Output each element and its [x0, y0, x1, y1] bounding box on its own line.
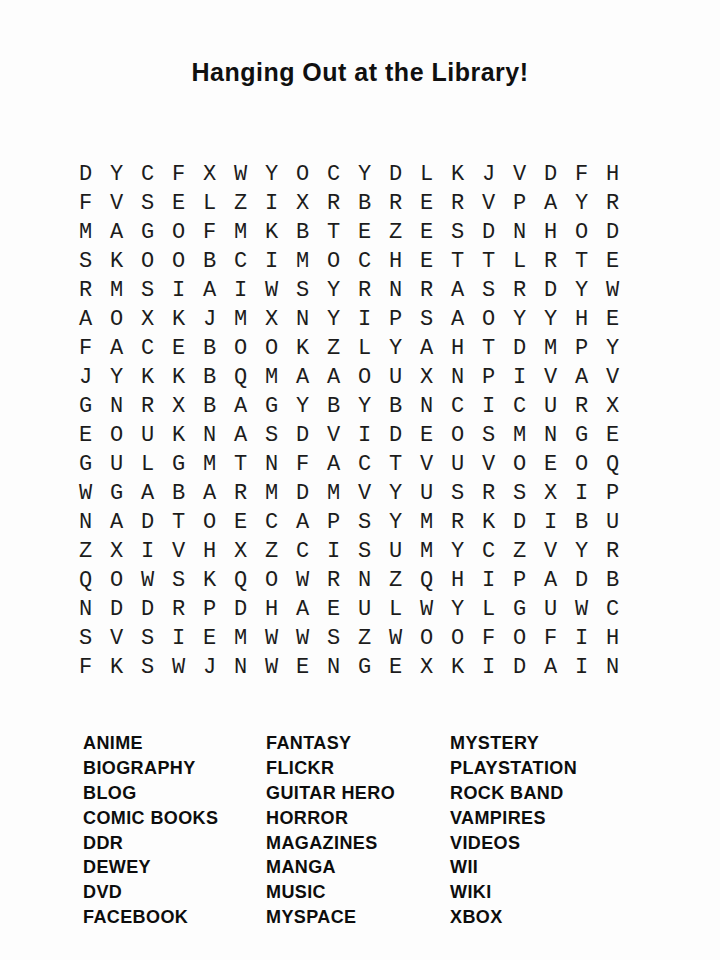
grid-cell-r6c11[interactable]: P: [380, 305, 411, 334]
grid-cell-r6c3[interactable]: X: [132, 305, 163, 334]
grid-cell-r5c5[interactable]: A: [194, 276, 225, 305]
grid-cell-r1c16[interactable]: D: [535, 160, 566, 189]
grid-cell-r17c12[interactable]: O: [411, 624, 442, 653]
grid-cell-r10c5[interactable]: N: [194, 421, 225, 450]
grid-cell-r13c5[interactable]: O: [194, 508, 225, 537]
grid-cell-r1c14[interactable]: J: [473, 160, 504, 189]
grid-cell-r16c18[interactable]: C: [597, 595, 628, 624]
grid-cell-r7c4[interactable]: E: [163, 334, 194, 363]
grid-cell-r15c10[interactable]: N: [349, 566, 380, 595]
grid-cell-r6c9[interactable]: Y: [318, 305, 349, 334]
grid-cell-r18c15[interactable]: D: [504, 653, 535, 682]
grid-cell-r12c7[interactable]: M: [256, 479, 287, 508]
grid-cell-r17c7[interactable]: W: [256, 624, 287, 653]
grid-cell-r3c17[interactable]: O: [566, 218, 597, 247]
grid-cell-r10c2[interactable]: O: [101, 421, 132, 450]
grid-cell-r3c13[interactable]: S: [442, 218, 473, 247]
grid-cell-r3c9[interactable]: T: [318, 218, 349, 247]
grid-cell-r4c15[interactable]: L: [504, 247, 535, 276]
grid-cell-r8c12[interactable]: X: [411, 363, 442, 392]
grid-cell-r1c12[interactable]: L: [411, 160, 442, 189]
grid-cell-r13c17[interactable]: B: [566, 508, 597, 537]
grid-cell-r9c10[interactable]: Y: [349, 392, 380, 421]
grid-cell-r10c3[interactable]: U: [132, 421, 163, 450]
grid-cell-r16c17[interactable]: W: [566, 595, 597, 624]
grid-cell-r17c13[interactable]: O: [442, 624, 473, 653]
grid-cell-r16c3[interactable]: D: [132, 595, 163, 624]
grid-cell-r6c17[interactable]: H: [566, 305, 597, 334]
grid-cell-r18c5[interactable]: J: [194, 653, 225, 682]
grid-cell-r18c16[interactable]: A: [535, 653, 566, 682]
grid-cell-r7c15[interactable]: D: [504, 334, 535, 363]
grid-cell-r13c7[interactable]: C: [256, 508, 287, 537]
grid-cell-r7c1[interactable]: F: [70, 334, 101, 363]
grid-cell-r15c16[interactable]: A: [535, 566, 566, 595]
grid-cell-r3c14[interactable]: D: [473, 218, 504, 247]
grid-cell-r8c8[interactable]: A: [287, 363, 318, 392]
grid-cell-r2c12[interactable]: E: [411, 189, 442, 218]
grid-cell-r17c11[interactable]: W: [380, 624, 411, 653]
grid-cell-r3c8[interactable]: B: [287, 218, 318, 247]
grid-cell-r8c9[interactable]: A: [318, 363, 349, 392]
grid-cell-r13c6[interactable]: E: [225, 508, 256, 537]
grid-cell-r17c16[interactable]: F: [535, 624, 566, 653]
grid-cell-r18c13[interactable]: K: [442, 653, 473, 682]
grid-cell-r5c17[interactable]: Y: [566, 276, 597, 305]
grid-cell-r1c13[interactable]: K: [442, 160, 473, 189]
grid-cell-r11c17[interactable]: O: [566, 450, 597, 479]
grid-cell-r9c15[interactable]: C: [504, 392, 535, 421]
grid-cell-r18c2[interactable]: K: [101, 653, 132, 682]
grid-cell-r7c16[interactable]: M: [535, 334, 566, 363]
grid-cell-r3c15[interactable]: N: [504, 218, 535, 247]
grid-cell-r2c10[interactable]: B: [349, 189, 380, 218]
grid-cell-r12c16[interactable]: X: [535, 479, 566, 508]
grid-cell-r8c17[interactable]: A: [566, 363, 597, 392]
grid-cell-r2c5[interactable]: L: [194, 189, 225, 218]
grid-cell-r2c14[interactable]: V: [473, 189, 504, 218]
grid-cell-r18c9[interactable]: N: [318, 653, 349, 682]
grid-cell-r5c9[interactable]: Y: [318, 276, 349, 305]
grid-cell-r10c7[interactable]: S: [256, 421, 287, 450]
grid-cell-r9c9[interactable]: B: [318, 392, 349, 421]
grid-cell-r10c15[interactable]: M: [504, 421, 535, 450]
grid-cell-r15c9[interactable]: R: [318, 566, 349, 595]
grid-cell-r15c14[interactable]: I: [473, 566, 504, 595]
grid-cell-r8c14[interactable]: P: [473, 363, 504, 392]
grid-cell-r8c4[interactable]: K: [163, 363, 194, 392]
grid-cell-r2c16[interactable]: A: [535, 189, 566, 218]
grid-cell-r12c17[interactable]: I: [566, 479, 597, 508]
grid-cell-r9c4[interactable]: X: [163, 392, 194, 421]
grid-cell-r1c15[interactable]: V: [504, 160, 535, 189]
grid-cell-r14c9[interactable]: I: [318, 537, 349, 566]
grid-cell-r13c13[interactable]: R: [442, 508, 473, 537]
grid-cell-r7c8[interactable]: K: [287, 334, 318, 363]
grid-cell-r14c18[interactable]: R: [597, 537, 628, 566]
grid-cell-r11c12[interactable]: V: [411, 450, 442, 479]
grid-cell-r9c1[interactable]: G: [70, 392, 101, 421]
grid-cell-r2c1[interactable]: F: [70, 189, 101, 218]
grid-cell-r3c1[interactable]: M: [70, 218, 101, 247]
grid-cell-r2c8[interactable]: X: [287, 189, 318, 218]
grid-cell-r9c13[interactable]: C: [442, 392, 473, 421]
grid-cell-r12c4[interactable]: B: [163, 479, 194, 508]
grid-cell-r7c7[interactable]: O: [256, 334, 287, 363]
grid-cell-r16c15[interactable]: G: [504, 595, 535, 624]
grid-cell-r9c5[interactable]: B: [194, 392, 225, 421]
grid-cell-r3c16[interactable]: H: [535, 218, 566, 247]
grid-cell-r13c2[interactable]: A: [101, 508, 132, 537]
grid-cell-r17c17[interactable]: I: [566, 624, 597, 653]
grid-cell-r7c14[interactable]: T: [473, 334, 504, 363]
grid-cell-r18c12[interactable]: X: [411, 653, 442, 682]
grid-cell-r1c7[interactable]: Y: [256, 160, 287, 189]
grid-cell-r14c11[interactable]: U: [380, 537, 411, 566]
grid-cell-r13c12[interactable]: M: [411, 508, 442, 537]
grid-cell-r10c17[interactable]: G: [566, 421, 597, 450]
grid-cell-r7c9[interactable]: Z: [318, 334, 349, 363]
grid-cell-r12c11[interactable]: Y: [380, 479, 411, 508]
grid-cell-r9c12[interactable]: N: [411, 392, 442, 421]
grid-cell-r12c14[interactable]: R: [473, 479, 504, 508]
grid-cell-r4c14[interactable]: T: [473, 247, 504, 276]
grid-cell-r11c8[interactable]: F: [287, 450, 318, 479]
grid-cell-r14c13[interactable]: Y: [442, 537, 473, 566]
grid-cell-r7c18[interactable]: Y: [597, 334, 628, 363]
grid-cell-r6c1[interactable]: A: [70, 305, 101, 334]
grid-cell-r14c14[interactable]: C: [473, 537, 504, 566]
grid-cell-r6c8[interactable]: N: [287, 305, 318, 334]
grid-cell-r16c14[interactable]: L: [473, 595, 504, 624]
grid-cell-r13c9[interactable]: P: [318, 508, 349, 537]
grid-cell-r13c10[interactable]: S: [349, 508, 380, 537]
grid-cell-r12c8[interactable]: D: [287, 479, 318, 508]
grid-cell-r17c3[interactable]: S: [132, 624, 163, 653]
grid-cell-r12c5[interactable]: A: [194, 479, 225, 508]
grid-cell-r5c2[interactable]: M: [101, 276, 132, 305]
grid-cell-r1c10[interactable]: Y: [349, 160, 380, 189]
grid-cell-r5c13[interactable]: A: [442, 276, 473, 305]
grid-cell-r2c4[interactable]: E: [163, 189, 194, 218]
grid-cell-r8c7[interactable]: M: [256, 363, 287, 392]
grid-cell-r12c18[interactable]: P: [597, 479, 628, 508]
grid-cell-r11c14[interactable]: V: [473, 450, 504, 479]
grid-cell-r6c12[interactable]: S: [411, 305, 442, 334]
grid-cell-r8c15[interactable]: I: [504, 363, 535, 392]
grid-cell-r6c10[interactable]: I: [349, 305, 380, 334]
grid-cell-r7c17[interactable]: P: [566, 334, 597, 363]
grid-cell-r6c4[interactable]: K: [163, 305, 194, 334]
grid-cell-r13c14[interactable]: K: [473, 508, 504, 537]
grid-cell-r3c6[interactable]: M: [225, 218, 256, 247]
grid-cell-r16c9[interactable]: E: [318, 595, 349, 624]
grid-cell-r4c4[interactable]: O: [163, 247, 194, 276]
grid-cell-r11c7[interactable]: N: [256, 450, 287, 479]
grid-cell-r6c7[interactable]: X: [256, 305, 287, 334]
grid-cell-r10c8[interactable]: D: [287, 421, 318, 450]
grid-cell-r18c8[interactable]: E: [287, 653, 318, 682]
grid-cell-r9c6[interactable]: A: [225, 392, 256, 421]
grid-cell-r1c18[interactable]: H: [597, 160, 628, 189]
grid-cell-r18c3[interactable]: S: [132, 653, 163, 682]
grid-cell-r13c8[interactable]: A: [287, 508, 318, 537]
grid-cell-r16c13[interactable]: Y: [442, 595, 473, 624]
grid-cell-r4c5[interactable]: B: [194, 247, 225, 276]
grid-cell-r17c4[interactable]: I: [163, 624, 194, 653]
grid-cell-r12c13[interactable]: S: [442, 479, 473, 508]
grid-cell-r5c8[interactable]: S: [287, 276, 318, 305]
grid-cell-r9c17[interactable]: R: [566, 392, 597, 421]
grid-cell-r8c2[interactable]: Y: [101, 363, 132, 392]
grid-cell-r1c5[interactable]: X: [194, 160, 225, 189]
grid-cell-r13c1[interactable]: N: [70, 508, 101, 537]
grid-cell-r11c1[interactable]: G: [70, 450, 101, 479]
grid-cell-r11c10[interactable]: C: [349, 450, 380, 479]
grid-cell-r10c6[interactable]: A: [225, 421, 256, 450]
grid-cell-r11c2[interactable]: U: [101, 450, 132, 479]
grid-cell-r11c16[interactable]: E: [535, 450, 566, 479]
grid-cell-r15c5[interactable]: K: [194, 566, 225, 595]
grid-cell-r15c17[interactable]: D: [566, 566, 597, 595]
grid-cell-r7c5[interactable]: B: [194, 334, 225, 363]
grid-cell-r16c4[interactable]: R: [163, 595, 194, 624]
grid-cell-r11c18[interactable]: Q: [597, 450, 628, 479]
grid-cell-r5c18[interactable]: W: [597, 276, 628, 305]
grid-cell-r3c11[interactable]: Z: [380, 218, 411, 247]
grid-cell-r8c18[interactable]: V: [597, 363, 628, 392]
grid-cell-r18c17[interactable]: I: [566, 653, 597, 682]
grid-cell-r13c18[interactable]: U: [597, 508, 628, 537]
grid-cell-r15c18[interactable]: B: [597, 566, 628, 595]
grid-cell-r10c9[interactable]: V: [318, 421, 349, 450]
grid-cell-r6c13[interactable]: A: [442, 305, 473, 334]
grid-cell-r4c11[interactable]: H: [380, 247, 411, 276]
grid-cell-r16c5[interactable]: P: [194, 595, 225, 624]
grid-cell-r2c18[interactable]: R: [597, 189, 628, 218]
grid-cell-r17c6[interactable]: M: [225, 624, 256, 653]
grid-cell-r7c11[interactable]: Y: [380, 334, 411, 363]
grid-cell-r2c11[interactable]: R: [380, 189, 411, 218]
grid-cell-r5c12[interactable]: R: [411, 276, 442, 305]
grid-cell-r5c10[interactable]: R: [349, 276, 380, 305]
grid-cell-r11c6[interactable]: T: [225, 450, 256, 479]
grid-cell-r7c10[interactable]: L: [349, 334, 380, 363]
grid-cell-r1c4[interactable]: F: [163, 160, 194, 189]
grid-cell-r2c17[interactable]: Y: [566, 189, 597, 218]
grid-cell-r9c7[interactable]: G: [256, 392, 287, 421]
grid-cell-r7c3[interactable]: C: [132, 334, 163, 363]
grid-cell-r6c2[interactable]: O: [101, 305, 132, 334]
grid-cell-r14c7[interactable]: Z: [256, 537, 287, 566]
grid-cell-r12c9[interactable]: M: [318, 479, 349, 508]
grid-cell-r12c6[interactable]: R: [225, 479, 256, 508]
grid-cell-r10c1[interactable]: E: [70, 421, 101, 450]
grid-cell-r15c3[interactable]: W: [132, 566, 163, 595]
grid-cell-r12c12[interactable]: U: [411, 479, 442, 508]
grid-cell-r7c6[interactable]: O: [225, 334, 256, 363]
grid-cell-r18c14[interactable]: I: [473, 653, 504, 682]
grid-cell-r11c9[interactable]: A: [318, 450, 349, 479]
grid-cell-r5c7[interactable]: W: [256, 276, 287, 305]
grid-cell-r14c1[interactable]: Z: [70, 537, 101, 566]
grid-cell-r10c16[interactable]: N: [535, 421, 566, 450]
grid-cell-r17c14[interactable]: F: [473, 624, 504, 653]
grid-cell-r17c5[interactable]: E: [194, 624, 225, 653]
grid-cell-r9c8[interactable]: Y: [287, 392, 318, 421]
grid-cell-r8c16[interactable]: V: [535, 363, 566, 392]
grid-cell-r14c2[interactable]: X: [101, 537, 132, 566]
grid-cell-r15c2[interactable]: O: [101, 566, 132, 595]
grid-cell-r12c3[interactable]: A: [132, 479, 163, 508]
grid-cell-r10c10[interactable]: I: [349, 421, 380, 450]
grid-cell-r16c8[interactable]: A: [287, 595, 318, 624]
grid-cell-r8c11[interactable]: U: [380, 363, 411, 392]
grid-cell-r13c3[interactable]: D: [132, 508, 163, 537]
grid-cell-r1c2[interactable]: Y: [101, 160, 132, 189]
grid-cell-r11c3[interactable]: L: [132, 450, 163, 479]
grid-cell-r17c8[interactable]: W: [287, 624, 318, 653]
grid-cell-r3c2[interactable]: A: [101, 218, 132, 247]
grid-cell-r1c17[interactable]: F: [566, 160, 597, 189]
grid-cell-r8c6[interactable]: Q: [225, 363, 256, 392]
grid-cell-r11c15[interactable]: O: [504, 450, 535, 479]
grid-cell-r13c4[interactable]: T: [163, 508, 194, 537]
grid-cell-r14c5[interactable]: H: [194, 537, 225, 566]
grid-cell-r1c3[interactable]: C: [132, 160, 163, 189]
grid-cell-r3c7[interactable]: K: [256, 218, 287, 247]
grid-cell-r2c3[interactable]: S: [132, 189, 163, 218]
grid-cell-r15c13[interactable]: H: [442, 566, 473, 595]
grid-cell-r6c16[interactable]: Y: [535, 305, 566, 334]
grid-cell-r1c8[interactable]: O: [287, 160, 318, 189]
grid-cell-r16c7[interactable]: H: [256, 595, 287, 624]
grid-cell-r10c11[interactable]: D: [380, 421, 411, 450]
grid-cell-r9c3[interactable]: R: [132, 392, 163, 421]
grid-cell-r17c15[interactable]: O: [504, 624, 535, 653]
grid-cell-r4c9[interactable]: O: [318, 247, 349, 276]
grid-cell-r15c7[interactable]: O: [256, 566, 287, 595]
grid-cell-r17c2[interactable]: V: [101, 624, 132, 653]
grid-cell-r11c4[interactable]: G: [163, 450, 194, 479]
grid-cell-r5c4[interactable]: I: [163, 276, 194, 305]
grid-cell-r18c4[interactable]: W: [163, 653, 194, 682]
grid-cell-r4c2[interactable]: K: [101, 247, 132, 276]
grid-cell-r14c4[interactable]: V: [163, 537, 194, 566]
grid-cell-r1c11[interactable]: D: [380, 160, 411, 189]
grid-cell-r3c18[interactable]: D: [597, 218, 628, 247]
grid-cell-r10c4[interactable]: K: [163, 421, 194, 450]
grid-cell-r5c6[interactable]: I: [225, 276, 256, 305]
grid-cell-r7c12[interactable]: A: [411, 334, 442, 363]
grid-cell-r2c7[interactable]: I: [256, 189, 287, 218]
grid-cell-r16c11[interactable]: L: [380, 595, 411, 624]
grid-cell-r6c15[interactable]: Y: [504, 305, 535, 334]
grid-cell-r16c12[interactable]: W: [411, 595, 442, 624]
grid-cell-r18c10[interactable]: G: [349, 653, 380, 682]
grid-cell-r3c12[interactable]: E: [411, 218, 442, 247]
grid-cell-r8c3[interactable]: K: [132, 363, 163, 392]
grid-cell-r13c11[interactable]: Y: [380, 508, 411, 537]
grid-cell-r16c16[interactable]: U: [535, 595, 566, 624]
grid-cell-r9c16[interactable]: U: [535, 392, 566, 421]
grid-cell-r2c15[interactable]: P: [504, 189, 535, 218]
grid-cell-r17c18[interactable]: H: [597, 624, 628, 653]
grid-cell-r17c10[interactable]: Z: [349, 624, 380, 653]
grid-cell-r2c2[interactable]: V: [101, 189, 132, 218]
grid-cell-r16c6[interactable]: D: [225, 595, 256, 624]
grid-cell-r4c10[interactable]: C: [349, 247, 380, 276]
grid-cell-r5c16[interactable]: D: [535, 276, 566, 305]
grid-cell-r11c11[interactable]: T: [380, 450, 411, 479]
grid-cell-r8c1[interactable]: J: [70, 363, 101, 392]
grid-cell-r16c2[interactable]: D: [101, 595, 132, 624]
grid-cell-r18c7[interactable]: W: [256, 653, 287, 682]
grid-cell-r1c6[interactable]: W: [225, 160, 256, 189]
grid-cell-r4c6[interactable]: C: [225, 247, 256, 276]
grid-cell-r14c15[interactable]: Z: [504, 537, 535, 566]
grid-cell-r10c12[interactable]: E: [411, 421, 442, 450]
grid-cell-r4c8[interactable]: M: [287, 247, 318, 276]
grid-cell-r15c8[interactable]: W: [287, 566, 318, 595]
grid-cell-r14c16[interactable]: V: [535, 537, 566, 566]
grid-cell-r2c9[interactable]: R: [318, 189, 349, 218]
grid-cell-r14c17[interactable]: Y: [566, 537, 597, 566]
grid-cell-r4c1[interactable]: S: [70, 247, 101, 276]
grid-cell-r3c10[interactable]: E: [349, 218, 380, 247]
grid-cell-r5c11[interactable]: N: [380, 276, 411, 305]
grid-cell-r10c18[interactable]: E: [597, 421, 628, 450]
grid-cell-r15c4[interactable]: S: [163, 566, 194, 595]
grid-cell-r14c8[interactable]: C: [287, 537, 318, 566]
grid-cell-r17c9[interactable]: S: [318, 624, 349, 653]
grid-cell-r10c14[interactable]: S: [473, 421, 504, 450]
grid-cell-r9c14[interactable]: I: [473, 392, 504, 421]
grid-cell-r9c2[interactable]: N: [101, 392, 132, 421]
grid-cell-r8c5[interactable]: B: [194, 363, 225, 392]
grid-cell-r18c18[interactable]: N: [597, 653, 628, 682]
grid-cell-r15c6[interactable]: Q: [225, 566, 256, 595]
grid-cell-r8c13[interactable]: N: [442, 363, 473, 392]
grid-cell-r15c12[interactable]: Q: [411, 566, 442, 595]
grid-cell-r11c5[interactable]: M: [194, 450, 225, 479]
grid-cell-r11c13[interactable]: U: [442, 450, 473, 479]
grid-cell-r2c6[interactable]: Z: [225, 189, 256, 218]
grid-cell-r4c7[interactable]: I: [256, 247, 287, 276]
grid-cell-r15c11[interactable]: Z: [380, 566, 411, 595]
grid-cell-r12c2[interactable]: G: [101, 479, 132, 508]
grid-cell-r5c14[interactable]: S: [473, 276, 504, 305]
grid-cell-r5c1[interactable]: R: [70, 276, 101, 305]
grid-cell-r6c5[interactable]: J: [194, 305, 225, 334]
grid-cell-r4c3[interactable]: O: [132, 247, 163, 276]
grid-cell-r14c12[interactable]: M: [411, 537, 442, 566]
grid-cell-r6c6[interactable]: M: [225, 305, 256, 334]
grid-cell-r6c14[interactable]: O: [473, 305, 504, 334]
grid-cell-r4c18[interactable]: E: [597, 247, 628, 276]
grid-cell-r15c1[interactable]: Q: [70, 566, 101, 595]
grid-cell-r2c13[interactable]: R: [442, 189, 473, 218]
grid-cell-r18c11[interactable]: E: [380, 653, 411, 682]
grid-cell-r4c12[interactable]: E: [411, 247, 442, 276]
grid-cell-r8c10[interactable]: O: [349, 363, 380, 392]
grid-cell-r7c13[interactable]: H: [442, 334, 473, 363]
grid-cell-r13c16[interactable]: I: [535, 508, 566, 537]
grid-cell-r6c18[interactable]: E: [597, 305, 628, 334]
grid-cell-r7c2[interactable]: A: [101, 334, 132, 363]
grid-cell-r15c15[interactable]: P: [504, 566, 535, 595]
grid-cell-r3c4[interactable]: O: [163, 218, 194, 247]
